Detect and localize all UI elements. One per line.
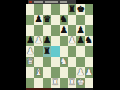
piece-black-queen: ♛ [43, 15, 51, 24]
square-g6[interactable]: ♟ [76, 25, 84, 36]
square-b5[interactable]: ♟ [34, 36, 42, 47]
square-h7[interactable] [85, 15, 93, 26]
piece-black-knight: ♞ [85, 36, 93, 45]
square-f2[interactable] [68, 67, 76, 78]
title-text-placeholder [34, 1, 43, 3]
piece-white-pawn: ♟ [76, 67, 84, 76]
square-e7[interactable]: ♞ [60, 15, 68, 26]
square-e5[interactable] [60, 36, 68, 47]
bottom-bar-dark-segment [52, 88, 93, 90]
square-c1[interactable] [43, 78, 51, 89]
piece-white-pawn: ♟ [68, 36, 76, 45]
square-f1[interactable]: ♜ [68, 78, 76, 89]
square-e2[interactable] [60, 67, 68, 78]
piece-white-pawn: ♟ [85, 67, 93, 76]
square-g4[interactable] [76, 46, 84, 57]
piece-black-pawn: ♟ [35, 15, 43, 24]
title-text-placeholder [60, 1, 67, 3]
bottom-bar [26, 88, 93, 90]
square-f8[interactable]: ♜ [68, 4, 76, 15]
piece-black-pawn: ♟ [76, 36, 84, 45]
square-a1[interactable] [26, 78, 34, 89]
square-b8[interactable] [34, 4, 42, 15]
square-a8[interactable] [26, 4, 34, 15]
piece-white-bishop: ♝ [35, 67, 43, 76]
piece-black-pawn: ♟ [43, 36, 51, 45]
square-g2[interactable]: ♟ [76, 67, 84, 78]
square-h1[interactable] [85, 78, 93, 89]
square-h6[interactable] [85, 25, 93, 36]
square-a6[interactable] [26, 25, 34, 36]
square-h8[interactable] [85, 4, 93, 15]
piece-black-knight: ♞ [60, 15, 68, 24]
square-c6[interactable] [43, 25, 51, 36]
piece-white-queen: ♛ [26, 57, 34, 66]
square-h4[interactable] [85, 46, 93, 57]
chess-app-window: ♜♚♟♛♞♟♟♟♟♟♟♟♞♟♜♛♞♝♟♟♜♜♚ [0, 0, 120, 90]
square-e6[interactable]: ♟ [60, 25, 68, 36]
piece-white-knight: ♞ [60, 57, 68, 66]
square-c8[interactable] [43, 4, 51, 15]
square-b7[interactable]: ♟ [34, 15, 42, 26]
square-b6[interactable] [34, 25, 42, 36]
chess-board: ♜♚♟♛♞♟♟♟♟♟♟♟♞♟♜♛♞♝♟♟♜♜♚ [26, 4, 93, 88]
square-h2[interactable]: ♟ [85, 67, 93, 78]
square-e8[interactable] [60, 4, 68, 15]
square-b1[interactable] [34, 78, 42, 89]
square-f4[interactable] [68, 46, 76, 57]
piece-black-pawn: ♟ [26, 36, 34, 45]
square-b3[interactable] [34, 57, 42, 68]
record-dot-icon [29, 1, 32, 3]
piece-black-king: ♚ [76, 4, 84, 13]
piece-white-rook: ♜ [68, 78, 76, 87]
square-h5[interactable]: ♞ [85, 36, 93, 47]
square-h3[interactable] [85, 57, 93, 68]
square-c5[interactable]: ♟ [43, 36, 51, 47]
piece-black-pawn: ♟ [60, 25, 68, 34]
piece-white-rook: ♜ [51, 78, 59, 87]
square-d4[interactable] [51, 46, 59, 57]
square-b4[interactable] [34, 46, 42, 57]
square-e4[interactable] [60, 46, 68, 57]
square-c7[interactable]: ♛ [43, 15, 51, 26]
piece-black-rook: ♜ [43, 46, 51, 55]
square-g8[interactable]: ♚ [76, 4, 84, 15]
title-text-placeholder [45, 1, 58, 3]
piece-white-king: ♚ [76, 78, 84, 87]
square-c2[interactable] [43, 67, 51, 78]
square-a4[interactable]: ♟ [26, 46, 34, 57]
square-a5[interactable]: ♟ [26, 36, 34, 47]
piece-white-pawn: ♟ [26, 46, 34, 55]
square-a3[interactable]: ♛ [26, 57, 34, 68]
square-f3[interactable] [68, 57, 76, 68]
piece-black-pawn: ♟ [76, 25, 84, 34]
piece-black-rook: ♜ [68, 4, 76, 13]
square-f5[interactable]: ♟ [68, 36, 76, 47]
square-d6[interactable] [51, 25, 59, 36]
square-f7[interactable] [68, 15, 76, 26]
square-b2[interactable]: ♝ [34, 67, 42, 78]
square-g1[interactable]: ♚ [76, 78, 84, 89]
bottom-bar-red-segment [26, 88, 52, 90]
square-g3[interactable] [76, 57, 84, 68]
square-e1[interactable] [60, 78, 68, 89]
square-f6[interactable] [68, 25, 76, 36]
square-d5[interactable] [51, 36, 59, 47]
square-d3[interactable] [51, 57, 59, 68]
square-d1[interactable]: ♜ [51, 78, 59, 89]
square-g5[interactable]: ♟ [76, 36, 84, 47]
piece-white-pawn: ♟ [35, 36, 43, 45]
square-a7[interactable] [26, 15, 34, 26]
square-a2[interactable] [26, 67, 34, 78]
square-c4[interactable]: ♜ [43, 46, 51, 57]
square-c3[interactable] [43, 57, 51, 68]
square-e3[interactable]: ♞ [60, 57, 68, 68]
square-g7[interactable] [76, 15, 84, 26]
square-d2[interactable] [51, 67, 59, 78]
square-d8[interactable] [51, 4, 59, 15]
square-d7[interactable] [51, 15, 59, 26]
